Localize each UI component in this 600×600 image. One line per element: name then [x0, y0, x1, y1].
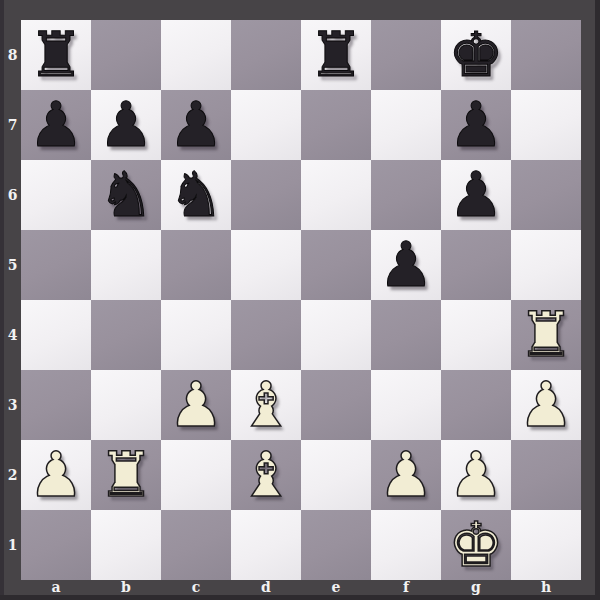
- square-c6[interactable]: ♞: [161, 160, 231, 230]
- file-label-a: a: [21, 580, 91, 595]
- piece-black-knight[interactable]: ♞: [168, 160, 224, 230]
- piece-white-pawn[interactable]: ♟: [518, 370, 574, 440]
- frame-edge-bottom: [0, 595, 600, 600]
- square-b3[interactable]: [91, 370, 161, 440]
- square-a4[interactable]: [21, 300, 91, 370]
- square-d8[interactable]: [231, 20, 301, 90]
- piece-white-pawn[interactable]: ♟: [378, 440, 434, 510]
- piece-white-rook[interactable]: ♜: [518, 300, 574, 370]
- square-c3[interactable]: ♟: [161, 370, 231, 440]
- square-e6[interactable]: [301, 160, 371, 230]
- piece-black-pawn[interactable]: ♟: [448, 90, 504, 160]
- piece-black-pawn[interactable]: ♟: [98, 90, 154, 160]
- square-b1[interactable]: [91, 510, 161, 580]
- square-f3[interactable]: [371, 370, 441, 440]
- square-b6[interactable]: ♞: [91, 160, 161, 230]
- square-e5[interactable]: [301, 230, 371, 300]
- square-g2[interactable]: ♟: [441, 440, 511, 510]
- square-d5[interactable]: [231, 230, 301, 300]
- square-c5[interactable]: [161, 230, 231, 300]
- rank-label-5: 5: [4, 230, 21, 300]
- piece-black-pawn[interactable]: ♟: [168, 90, 224, 160]
- square-g5[interactable]: [441, 230, 511, 300]
- square-f5[interactable]: ♟: [371, 230, 441, 300]
- square-e2[interactable]: [301, 440, 371, 510]
- square-h5[interactable]: [511, 230, 581, 300]
- piece-white-rook[interactable]: ♜: [98, 440, 154, 510]
- square-b8[interactable]: [91, 20, 161, 90]
- frame-edge-left: [0, 0, 4, 600]
- square-g6[interactable]: ♟: [441, 160, 511, 230]
- square-g4[interactable]: [441, 300, 511, 370]
- square-g1[interactable]: ♚: [441, 510, 511, 580]
- piece-white-bishop[interactable]: ♝: [238, 440, 294, 510]
- square-d3[interactable]: ♝: [231, 370, 301, 440]
- square-h4[interactable]: ♜: [511, 300, 581, 370]
- square-f8[interactable]: [371, 20, 441, 90]
- file-label-e: e: [301, 580, 371, 595]
- square-a3[interactable]: [21, 370, 91, 440]
- chess-board-frame: 87654321 ♜♜♚♟♟♟♟♞♞♟♟♜♟♝♟♟♜♝♟♟♚ abcdefgh: [0, 0, 600, 600]
- chess-board[interactable]: ♜♜♚♟♟♟♟♞♞♟♟♜♟♝♟♟♜♝♟♟♚: [21, 20, 581, 580]
- square-c1[interactable]: [161, 510, 231, 580]
- square-f1[interactable]: [371, 510, 441, 580]
- square-g7[interactable]: ♟: [441, 90, 511, 160]
- square-d7[interactable]: [231, 90, 301, 160]
- piece-white-bishop[interactable]: ♝: [238, 370, 294, 440]
- square-a6[interactable]: [21, 160, 91, 230]
- square-g3[interactable]: [441, 370, 511, 440]
- rank-labels: 87654321: [4, 20, 21, 580]
- square-d6[interactable]: [231, 160, 301, 230]
- piece-white-pawn[interactable]: ♟: [28, 440, 84, 510]
- rank-label-7: 7: [4, 90, 21, 160]
- square-a7[interactable]: ♟: [21, 90, 91, 160]
- file-label-d: d: [231, 580, 301, 595]
- square-a8[interactable]: ♜: [21, 20, 91, 90]
- piece-black-rook[interactable]: ♜: [308, 20, 364, 90]
- square-c8[interactable]: [161, 20, 231, 90]
- square-h6[interactable]: [511, 160, 581, 230]
- file-label-g: g: [441, 580, 511, 595]
- file-labels: abcdefgh: [21, 580, 581, 595]
- rank-label-2: 2: [4, 440, 21, 510]
- square-h3[interactable]: ♟: [511, 370, 581, 440]
- square-c2[interactable]: [161, 440, 231, 510]
- square-h2[interactable]: [511, 440, 581, 510]
- rank-label-6: 6: [4, 160, 21, 230]
- rank-label-4: 4: [4, 300, 21, 370]
- square-e8[interactable]: ♜: [301, 20, 371, 90]
- square-a2[interactable]: ♟: [21, 440, 91, 510]
- piece-black-pawn[interactable]: ♟: [378, 230, 434, 300]
- rank-label-1: 1: [4, 510, 21, 580]
- square-e3[interactable]: [301, 370, 371, 440]
- square-e4[interactable]: [301, 300, 371, 370]
- piece-black-rook[interactable]: ♜: [28, 20, 84, 90]
- file-label-h: h: [511, 580, 581, 595]
- piece-black-pawn[interactable]: ♟: [448, 160, 504, 230]
- square-f4[interactable]: [371, 300, 441, 370]
- file-label-c: c: [161, 580, 231, 595]
- rank-label-3: 3: [4, 370, 21, 440]
- square-a5[interactable]: [21, 230, 91, 300]
- square-b7[interactable]: ♟: [91, 90, 161, 160]
- square-h8[interactable]: [511, 20, 581, 90]
- piece-white-pawn[interactable]: ♟: [448, 440, 504, 510]
- square-b5[interactable]: [91, 230, 161, 300]
- square-f6[interactable]: [371, 160, 441, 230]
- rank-label-8: 8: [4, 20, 21, 90]
- piece-white-pawn[interactable]: ♟: [168, 370, 224, 440]
- square-h7[interactable]: [511, 90, 581, 160]
- piece-black-pawn[interactable]: ♟: [28, 90, 84, 160]
- piece-white-king[interactable]: ♚: [448, 510, 504, 580]
- square-b4[interactable]: [91, 300, 161, 370]
- square-f2[interactable]: ♟: [371, 440, 441, 510]
- square-d4[interactable]: [231, 300, 301, 370]
- square-d2[interactable]: ♝: [231, 440, 301, 510]
- square-c7[interactable]: ♟: [161, 90, 231, 160]
- square-e1[interactable]: [301, 510, 371, 580]
- frame-edge-right: [595, 0, 600, 600]
- square-a1[interactable]: [21, 510, 91, 580]
- square-g8[interactable]: ♚: [441, 20, 511, 90]
- square-f7[interactable]: [371, 90, 441, 160]
- file-label-f: f: [371, 580, 441, 595]
- piece-black-king[interactable]: ♚: [448, 20, 504, 90]
- file-label-b: b: [91, 580, 161, 595]
- square-d1[interactable]: [231, 510, 301, 580]
- square-c4[interactable]: [161, 300, 231, 370]
- piece-black-knight[interactable]: ♞: [98, 160, 154, 230]
- square-b2[interactable]: ♜: [91, 440, 161, 510]
- square-h1[interactable]: [511, 510, 581, 580]
- square-e7[interactable]: [301, 90, 371, 160]
